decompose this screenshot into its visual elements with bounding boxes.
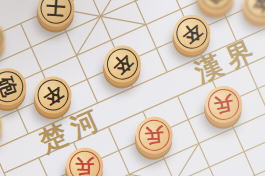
red-soldier-glyph: 兵 [143, 125, 163, 145]
black-soldier-glyph: 卒 [178, 20, 205, 47]
black-soldier-glyph: 卒 [39, 82, 65, 108]
red-soldier-glyph: 兵 [74, 156, 93, 175]
xiangqi-board: 楚河 漢界 馬士砲砲卒卒卒卒卒兵兵兵兵 [0, 0, 265, 176]
black-cannon-glyph: 砲 [202, 0, 229, 7]
black-soldier-glyph: 卒 [108, 50, 135, 77]
black-cannon-glyph: 砲 [0, 74, 19, 98]
red-soldier-glyph: 兵 [212, 93, 234, 115]
black-soldier-glyph: 卒 [247, 0, 265, 15]
black-advisor-glyph: 士 [45, 0, 65, 18]
xiangqi-photo-scene: 楚河 漢界 馬士砲砲卒卒卒卒卒兵兵兵兵 [0, 0, 265, 176]
